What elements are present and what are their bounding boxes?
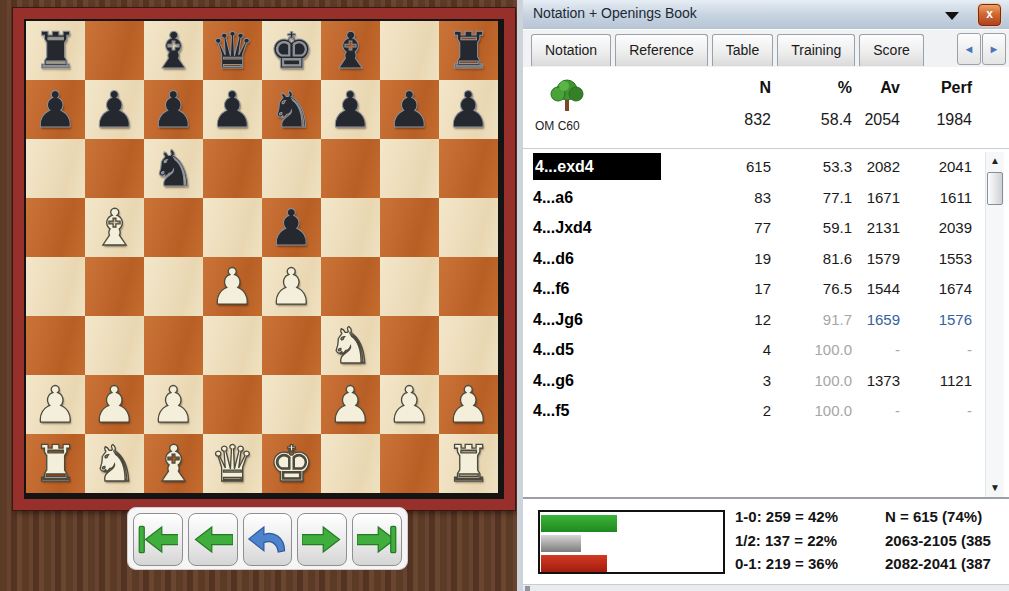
elo-stat-line: 2063-2105 (385 (885, 529, 1009, 553)
square-a1[interactable]: ♜ (26, 434, 85, 493)
square-c2[interactable]: ♟ (144, 375, 203, 434)
result-bar (541, 555, 607, 572)
square-d8[interactable]: ♛ (203, 21, 262, 80)
square-c4[interactable] (144, 257, 203, 316)
square-d5[interactable] (203, 198, 262, 257)
book-move-row[interactable]: 4...exd461553.320822041 (523, 152, 982, 183)
black-pawn: ♟ (203, 80, 262, 139)
book-summary-row: 83258.420541984 (523, 111, 982, 129)
square-b4[interactable] (85, 257, 144, 316)
go-to-end-button[interactable] (352, 513, 402, 566)
move-label[interactable]: 4...f6 (533, 280, 569, 297)
white-knight: ♞ (85, 434, 144, 493)
square-g2[interactable]: ♟ (380, 375, 439, 434)
black-bishop: ♝ (144, 21, 203, 80)
results-text: 1-0: 259 = 42%1/2: 137 = 22%0-1: 219 = 3… (735, 505, 838, 576)
square-e4[interactable]: ♟ (262, 257, 321, 316)
square-a6[interactable] (26, 139, 85, 198)
square-h4[interactable] (439, 257, 498, 316)
board-grid: ♜♝♛♚♝♜♟♟♟♟♞♟♟♟♞♝♟♟♟♞♟♟♟♟♟♟♜♞♝♛♚♜ (26, 21, 498, 493)
tab-scroll-left-button[interactable]: ◄ (957, 33, 981, 65)
square-e1[interactable]: ♚ (262, 434, 321, 493)
black-queen: ♛ (203, 21, 262, 80)
square-f8[interactable]: ♝ (321, 21, 380, 80)
move-label[interactable]: 4...g6 (533, 372, 574, 389)
white-king: ♚ (262, 434, 321, 493)
wood-background: ♜♝♛♚♝♜♟♟♟♟♞♟♟♟♞♝♟♟♟♞♟♟♟♟♟♟♜♞♝♛♚♜ (0, 0, 517, 591)
elo-stat-line: N = 615 (74%) (885, 505, 1009, 529)
square-g8[interactable] (380, 21, 439, 80)
square-c5[interactable] (144, 198, 203, 257)
vertical-scrollbar[interactable]: ▲ ▼ (985, 152, 1004, 497)
book-header: OM C60 N%AvPerf 83258.420541984 (523, 67, 1009, 149)
square-a7[interactable]: ♟ (26, 80, 85, 139)
move-navigation-toolbar (127, 507, 408, 570)
close-button[interactable]: x (978, 4, 1001, 26)
square-b7[interactable]: ♟ (85, 80, 144, 139)
move-label[interactable]: 4...Jg6 (533, 311, 583, 328)
white-bishop: ♝ (85, 198, 144, 257)
square-h2[interactable]: ♟ (439, 375, 498, 434)
square-f4[interactable] (321, 257, 380, 316)
chevron-down-icon[interactable] (945, 12, 959, 20)
square-f6[interactable] (321, 139, 380, 198)
square-f3[interactable]: ♞ (321, 316, 380, 375)
square-f7[interactable]: ♟ (321, 80, 380, 139)
column-header-pct: % (771, 79, 852, 97)
square-e3[interactable] (262, 316, 321, 375)
square-e8[interactable]: ♚ (262, 21, 321, 80)
book-move-row[interactable]: 4...d61981.615791553 (523, 244, 982, 275)
book-move-row[interactable]: 4...d54100.0-- (523, 335, 982, 366)
square-h8[interactable]: ♜ (439, 21, 498, 80)
square-f2[interactable]: ♟ (321, 375, 380, 434)
square-c8[interactable]: ♝ (144, 21, 203, 80)
white-pawn: ♟ (439, 375, 498, 434)
square-d3[interactable] (203, 316, 262, 375)
square-d1[interactable]: ♛ (203, 434, 262, 493)
square-g5[interactable] (380, 198, 439, 257)
black-king: ♚ (262, 21, 321, 80)
arrow-right-icon (302, 523, 342, 556)
white-rook: ♜ (439, 434, 498, 493)
book-move-row[interactable]: 4...g63100.013731121 (523, 366, 982, 397)
black-rook: ♜ (439, 21, 498, 80)
book-move-row[interactable]: 4...Jg61291.716591576 (523, 305, 982, 336)
forward-button[interactable] (297, 513, 347, 566)
square-a4[interactable] (26, 257, 85, 316)
white-pawn: ♟ (380, 375, 439, 434)
square-g7[interactable]: ♟ (380, 80, 439, 139)
square-h6[interactable] (439, 139, 498, 198)
chess-board: ♜♝♛♚♝♜♟♟♟♟♞♟♟♟♞♝♟♟♟♞♟♟♟♟♟♟♜♞♝♛♚♜ (13, 8, 515, 510)
skip-to-end-icon (357, 523, 397, 556)
arrow-left-icon (193, 523, 233, 556)
horizontal-scrollbar[interactable] (523, 584, 1009, 591)
book-move-row[interactable]: 4...Jxd47759.121312039 (523, 213, 982, 244)
white-pawn: ♟ (262, 257, 321, 316)
column-header-av: Av (852, 79, 900, 97)
scrollbar-thumb[interactable] (987, 172, 1003, 205)
square-a2[interactable]: ♟ (26, 375, 85, 434)
book-move-row[interactable]: 4...f61776.515441674 (523, 274, 982, 305)
column-header-perf: Perf (900, 79, 972, 97)
black-pawn: ♟ (439, 80, 498, 139)
back-button[interactable] (188, 513, 238, 566)
move-label[interactable]: 4...d6 (533, 250, 574, 267)
square-e2[interactable] (262, 375, 321, 434)
book-move-row[interactable]: 4...a68377.116711611 (523, 183, 982, 214)
square-c7[interactable]: ♟ (144, 80, 203, 139)
square-c6[interactable]: ♞ (144, 139, 203, 198)
white-pawn: ♟ (85, 375, 144, 434)
square-g4[interactable] (380, 257, 439, 316)
square-a8[interactable]: ♜ (26, 21, 85, 80)
notation-openings-panel: Notation + Openings Book x NotationRefer… (517, 0, 1009, 591)
square-d4[interactable]: ♟ (203, 257, 262, 316)
square-e7[interactable]: ♞ (262, 80, 321, 139)
white-pawn: ♟ (321, 375, 380, 434)
tab-notation[interactable]: Notation (531, 34, 611, 66)
result-bar (541, 535, 581, 552)
square-d6[interactable] (203, 139, 262, 198)
elo-stats-text: N = 615 (74%)2063-2105 (3852082-2041 (38… (885, 505, 1009, 576)
square-c1[interactable]: ♝ (144, 434, 203, 493)
black-bishop: ♝ (321, 21, 380, 80)
column-headers: N%AvPerf (523, 79, 982, 97)
results-bar-chart (538, 510, 725, 574)
square-e6[interactable] (262, 139, 321, 198)
black-knight: ♞ (144, 139, 203, 198)
book-move-list: 4...exd461553.3208220414...a68377.116711… (523, 152, 985, 430)
result-line: 1/2: 137 = 22% (735, 529, 838, 553)
tab-table[interactable]: Table (712, 34, 773, 66)
square-h5[interactable] (439, 198, 498, 257)
white-pawn: ♟ (144, 375, 203, 434)
black-pawn: ♟ (321, 80, 380, 139)
scroll-down-icon[interactable]: ▼ (989, 482, 1001, 494)
tab-scroll-right-button[interactable]: ► (982, 33, 1006, 65)
square-b6[interactable] (85, 139, 144, 198)
book-move-row[interactable]: 4...f52100.0-- (523, 396, 982, 427)
square-d7[interactable]: ♟ (203, 80, 262, 139)
go-to-start-button[interactable] (133, 513, 183, 566)
column-header-n: N (671, 79, 771, 97)
black-pawn: ♟ (85, 80, 144, 139)
square-e5[interactable]: ♟ (262, 198, 321, 257)
square-g6[interactable] (380, 139, 439, 198)
tab-score[interactable]: Score (859, 34, 924, 66)
white-rook: ♜ (26, 434, 85, 493)
square-c3[interactable] (144, 316, 203, 375)
square-b5[interactable]: ♝ (85, 198, 144, 257)
scroll-left-icon (525, 586, 530, 591)
white-knight: ♞ (321, 316, 380, 375)
scroll-up-icon[interactable]: ▲ (989, 155, 1001, 167)
black-knight: ♞ (262, 80, 321, 139)
tab-strip: NotationReferenceTableTrainingScore ◄ ► (523, 29, 1009, 68)
tab-reference[interactable]: Reference (615, 34, 708, 66)
black-pawn: ♟ (144, 80, 203, 139)
square-a5[interactable] (26, 198, 85, 257)
white-queen: ♛ (203, 434, 262, 493)
result-line: 0-1: 219 = 36% (735, 552, 838, 576)
white-pawn: ♟ (203, 257, 262, 316)
square-f1[interactable] (321, 434, 380, 493)
square-b8[interactable] (85, 21, 144, 80)
black-rook: ♜ (26, 21, 85, 80)
result-bar (541, 515, 617, 532)
statistics-panel: 1-0: 259 = 42%1/2: 137 = 22%0-1: 219 = 3… (523, 499, 1009, 584)
panel-title: Notation + Openings Book (533, 5, 697, 21)
square-f5[interactable] (321, 198, 380, 257)
move-label[interactable]: 4...a6 (533, 189, 573, 206)
move-label[interactable]: 4...d5 (533, 341, 574, 358)
move-label[interactable]: 4...f5 (533, 402, 569, 419)
square-d2[interactable] (203, 375, 262, 434)
unplay-move-button[interactable] (243, 513, 293, 566)
square-a3[interactable] (26, 316, 85, 375)
square-b2[interactable]: ♟ (85, 375, 144, 434)
white-bishop: ♝ (144, 434, 203, 493)
result-line: 1-0: 259 = 42% (735, 505, 838, 529)
undo-curved-arrow-icon (247, 523, 287, 556)
square-h3[interactable] (439, 316, 498, 375)
square-h1[interactable]: ♜ (439, 434, 498, 493)
white-pawn: ♟ (26, 375, 85, 434)
move-label[interactable]: 4...Jxd4 (533, 219, 592, 236)
square-g3[interactable] (380, 316, 439, 375)
tab-training[interactable]: Training (777, 34, 855, 66)
black-pawn: ♟ (262, 198, 321, 257)
elo-stat-line: 2082-2041 (387 (885, 552, 1009, 576)
square-b1[interactable]: ♞ (85, 434, 144, 493)
black-pawn: ♟ (26, 80, 85, 139)
square-b3[interactable] (85, 316, 144, 375)
black-pawn: ♟ (380, 80, 439, 139)
square-h7[interactable]: ♟ (439, 80, 498, 139)
selected-move[interactable]: 4...exd4 (533, 153, 661, 180)
skip-to-start-icon (138, 523, 178, 556)
panel-title-bar: Notation + Openings Book x (523, 0, 1009, 30)
square-g1[interactable] (380, 434, 439, 493)
